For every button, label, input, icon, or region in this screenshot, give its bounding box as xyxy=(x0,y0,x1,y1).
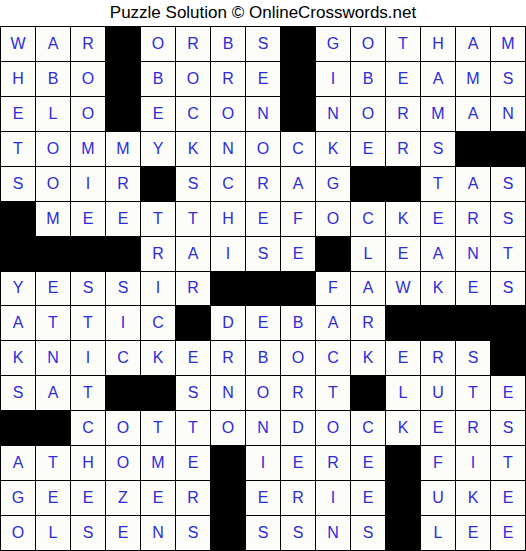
cell-r10c2[interactable]: N xyxy=(36,341,71,376)
cell-r14c15[interactable]: E xyxy=(491,481,526,516)
cell-r15c6[interactable]: S xyxy=(176,516,211,551)
cell-r5c2[interactable]: O xyxy=(36,167,71,202)
cell-r14c9[interactable]: R xyxy=(281,481,316,516)
cell-r13c11[interactable]: E xyxy=(351,446,386,481)
cell-r7c8[interactable]: S xyxy=(246,237,281,272)
cell-r11c2[interactable]: A xyxy=(36,376,71,411)
cell-r9c9[interactable]: B xyxy=(281,306,316,341)
cell-r5c7[interactable]: C xyxy=(211,167,246,202)
cell-r2c2[interactable]: B xyxy=(36,62,71,97)
cell-r14c6[interactable]: R xyxy=(176,481,211,516)
cell-r4c5[interactable]: Y xyxy=(141,132,176,167)
cell-r14c13[interactable]: U xyxy=(421,481,456,516)
cell-r14c1[interactable]: G xyxy=(1,481,36,516)
cell-r5c14[interactable]: A xyxy=(456,167,491,202)
cell-r4c4[interactable]: M xyxy=(106,132,141,167)
cell-r1c13[interactable]: H xyxy=(421,27,456,62)
cell-r1c1[interactable]: W xyxy=(1,27,36,62)
block-r6c1 xyxy=(1,202,36,237)
cell-r4c11[interactable]: E xyxy=(351,132,386,167)
cell-r12c5[interactable]: T xyxy=(141,411,176,446)
cell-r15c14[interactable]: E xyxy=(456,516,491,551)
cell-r14c8[interactable]: E xyxy=(246,481,281,516)
cell-r2c3[interactable]: O xyxy=(71,62,106,97)
block-r5c5 xyxy=(141,167,176,202)
cell-r11c9[interactable]: R xyxy=(281,376,316,411)
cell-r13c13[interactable]: F xyxy=(421,446,456,481)
cell-r6c11[interactable]: C xyxy=(351,202,386,237)
block-r11c11 xyxy=(351,376,386,411)
cell-r1c6[interactable]: R xyxy=(176,27,211,62)
cell-r11c3[interactable]: T xyxy=(71,376,106,411)
cell-r4c8[interactable]: O xyxy=(246,132,281,167)
block-r7c3 xyxy=(71,237,106,272)
cell-r9c10[interactable]: A xyxy=(316,306,351,341)
cell-r10c13[interactable]: R xyxy=(421,341,456,376)
cell-r8c12[interactable]: W xyxy=(386,272,421,307)
cell-r2c7[interactable]: R xyxy=(211,62,246,97)
cell-r11c14[interactable]: T xyxy=(456,376,491,411)
cell-r7c14[interactable]: N xyxy=(456,237,491,272)
cell-r5c8[interactable]: R xyxy=(246,167,281,202)
block-r1c4 xyxy=(106,27,141,62)
cell-r3c3[interactable]: O xyxy=(71,97,106,132)
cell-r9c8[interactable]: E xyxy=(246,306,281,341)
cell-r3c10[interactable]: N xyxy=(316,97,351,132)
cell-r12c9[interactable]: D xyxy=(281,411,316,446)
cell-r11c6[interactable]: S xyxy=(176,376,211,411)
cell-r3c5[interactable]: E xyxy=(141,97,176,132)
block-r4c15 xyxy=(491,132,526,167)
cell-r2c10[interactable]: I xyxy=(316,62,351,97)
cell-r1c14[interactable]: A xyxy=(456,27,491,62)
block-r11c5 xyxy=(141,376,176,411)
cell-r15c9[interactable]: S xyxy=(281,516,316,551)
cell-r15c4[interactable]: E xyxy=(106,516,141,551)
cell-r3c14[interactable]: A xyxy=(456,97,491,132)
cell-r2c1[interactable]: H xyxy=(1,62,36,97)
block-r8c8 xyxy=(246,272,281,307)
cell-r10c1[interactable]: K xyxy=(1,341,36,376)
cell-r1c8[interactable]: S xyxy=(246,27,281,62)
cell-r15c8[interactable]: S xyxy=(246,516,281,551)
cell-r15c1[interactable]: O xyxy=(1,516,36,551)
cell-r12c3[interactable]: C xyxy=(71,411,106,446)
cell-r13c4[interactable]: O xyxy=(106,446,141,481)
cell-r9c4[interactable]: I xyxy=(106,306,141,341)
block-r7c10 xyxy=(316,237,351,272)
cell-r11c8[interactable]: O xyxy=(246,376,281,411)
cell-r10c12[interactable]: E xyxy=(386,341,421,376)
cell-r9c3[interactable]: T xyxy=(71,306,106,341)
cell-r3c8[interactable]: N xyxy=(246,97,281,132)
cell-r6c10[interactable]: O xyxy=(316,202,351,237)
cell-r3c11[interactable]: O xyxy=(351,97,386,132)
cell-r13c15[interactable]: T xyxy=(491,446,526,481)
cell-r10c4[interactable]: C xyxy=(106,341,141,376)
cell-r2c5[interactable]: B xyxy=(141,62,176,97)
cell-r5c15[interactable]: S xyxy=(491,167,526,202)
cell-r2c15[interactable]: S xyxy=(491,62,526,97)
cell-r12c8[interactable]: N xyxy=(246,411,281,446)
block-r3c9 xyxy=(281,97,316,132)
cell-r1c12[interactable]: T xyxy=(386,27,421,62)
block-r14c12 xyxy=(386,481,421,516)
cell-r8c1[interactable]: Y xyxy=(1,272,36,307)
cell-r15c15[interactable]: E xyxy=(491,516,526,551)
cell-r9c11[interactable]: R xyxy=(351,306,386,341)
cell-r12c14[interactable]: R xyxy=(456,411,491,446)
cell-r15c5[interactable]: N xyxy=(141,516,176,551)
cell-r12c6[interactable]: T xyxy=(176,411,211,446)
cell-r10c10[interactable]: C xyxy=(316,341,351,376)
cell-r15c2[interactable]: L xyxy=(36,516,71,551)
block-r13c12 xyxy=(386,446,421,481)
cell-r7c11[interactable]: L xyxy=(351,237,386,272)
block-r1c9 xyxy=(281,27,316,62)
cell-r3c1[interactable]: E xyxy=(1,97,36,132)
cell-r3c7[interactable]: O xyxy=(211,97,246,132)
cell-r13c8[interactable]: I xyxy=(246,446,281,481)
cell-r5c10[interactable]: G xyxy=(316,167,351,202)
cell-r8c2[interactable]: E xyxy=(36,272,71,307)
block-r7c2 xyxy=(36,237,71,272)
block-r9c15 xyxy=(491,306,526,341)
cell-r7c13[interactable]: A xyxy=(421,237,456,272)
cell-r7c7[interactable]: I xyxy=(211,237,246,272)
cell-r14c5[interactable]: E xyxy=(141,481,176,516)
cell-r10c8[interactable]: B xyxy=(246,341,281,376)
cell-r2c6[interactable]: O xyxy=(176,62,211,97)
cell-r2c8[interactable]: E xyxy=(246,62,281,97)
cell-r3c13[interactable]: M xyxy=(421,97,456,132)
cell-r8c14[interactable]: E xyxy=(456,272,491,307)
cell-r6c12[interactable]: K xyxy=(386,202,421,237)
cell-r13c14[interactable]: I xyxy=(456,446,491,481)
block-r9c14 xyxy=(456,306,491,341)
cell-r8c4[interactable]: S xyxy=(106,272,141,307)
cell-r1c15[interactable]: M xyxy=(491,27,526,62)
block-r2c4 xyxy=(106,62,141,97)
cell-r6c4[interactable]: E xyxy=(106,202,141,237)
cell-r4c7[interactable]: N xyxy=(211,132,246,167)
cell-r7c5[interactable]: R xyxy=(141,237,176,272)
cell-r4c13[interactable]: S xyxy=(421,132,456,167)
cell-r8c11[interactable]: A xyxy=(351,272,386,307)
cell-r10c5[interactable]: K xyxy=(141,341,176,376)
cell-r3c12[interactable]: R xyxy=(386,97,421,132)
cell-r7c15[interactable]: T xyxy=(491,237,526,272)
cell-r13c2[interactable]: T xyxy=(36,446,71,481)
cell-r6c15[interactable]: S xyxy=(491,202,526,237)
cell-r8c10[interactable]: F xyxy=(316,272,351,307)
cell-r14c4[interactable]: Z xyxy=(106,481,141,516)
cell-r1c11[interactable]: O xyxy=(351,27,386,62)
cell-r9c1[interactable]: A xyxy=(1,306,36,341)
cell-r10c6[interactable]: E xyxy=(176,341,211,376)
cell-r15c11[interactable]: S xyxy=(351,516,386,551)
cell-r13c6[interactable]: E xyxy=(176,446,211,481)
cell-r1c3[interactable]: R xyxy=(71,27,106,62)
cell-r13c3[interactable]: H xyxy=(71,446,106,481)
cell-r10c11[interactable]: K xyxy=(351,341,386,376)
cell-r7c12[interactable]: E xyxy=(386,237,421,272)
block-r15c12 xyxy=(386,516,421,551)
cell-r1c10[interactable]: G xyxy=(316,27,351,62)
block-r11c4 xyxy=(106,376,141,411)
cell-r12c11[interactable]: C xyxy=(351,411,386,446)
block-r5c11 xyxy=(351,167,386,202)
cell-r10c9[interactable]: O xyxy=(281,341,316,376)
cell-r2c14[interactable]: M xyxy=(456,62,491,97)
cell-r1c2[interactable]: A xyxy=(36,27,71,62)
block-r10c15 xyxy=(491,341,526,376)
cell-r2c13[interactable]: A xyxy=(421,62,456,97)
cell-r10c7[interactable]: R xyxy=(211,341,246,376)
cell-r11c7[interactable]: N xyxy=(211,376,246,411)
block-r3c4 xyxy=(106,97,141,132)
cell-r5c4[interactable]: R xyxy=(106,167,141,202)
cell-r12c4[interactable]: O xyxy=(106,411,141,446)
block-r8c7 xyxy=(211,272,246,307)
block-r4c14 xyxy=(456,132,491,167)
cell-r5c3[interactable]: I xyxy=(71,167,106,202)
cell-r4c9[interactable]: C xyxy=(281,132,316,167)
crossword-grid: WARORBSGOTHAMHBOBOREIBEAMSELOECONNORMANT… xyxy=(0,26,526,551)
cell-r7c9[interactable]: E xyxy=(281,237,316,272)
cell-r1c7[interactable]: B xyxy=(211,27,246,62)
block-r9c12 xyxy=(386,306,421,341)
cell-r6c5[interactable]: T xyxy=(141,202,176,237)
cell-r14c14[interactable]: K xyxy=(456,481,491,516)
cell-r13c9[interactable]: E xyxy=(281,446,316,481)
cell-r6c7[interactable]: H xyxy=(211,202,246,237)
cell-r6c8[interactable]: E xyxy=(246,202,281,237)
block-r8c9 xyxy=(281,272,316,307)
block-r7c1 xyxy=(1,237,36,272)
cell-r13c1[interactable]: A xyxy=(1,446,36,481)
cell-r6c6[interactable]: T xyxy=(176,202,211,237)
cell-r6c14[interactable]: R xyxy=(456,202,491,237)
cell-r6c13[interactable]: E xyxy=(421,202,456,237)
cell-r5c6[interactable]: S xyxy=(176,167,211,202)
cell-r2c11[interactable]: B xyxy=(351,62,386,97)
block-r12c2 xyxy=(36,411,71,446)
cell-r15c13[interactable]: L xyxy=(421,516,456,551)
cell-r4c3[interactable]: M xyxy=(71,132,106,167)
cell-r12c12[interactable]: K xyxy=(386,411,421,446)
cell-r12c7[interactable]: O xyxy=(211,411,246,446)
block-r12c1 xyxy=(1,411,36,446)
cell-r8c3[interactable]: S xyxy=(71,272,106,307)
block-r14c7 xyxy=(211,481,246,516)
block-r13c7 xyxy=(211,446,246,481)
page-title: Puzzle Solution © OnlineCrosswords.net xyxy=(0,0,526,26)
block-r7c4 xyxy=(106,237,141,272)
cell-r11c1[interactable]: S xyxy=(1,376,36,411)
cell-r6c2[interactable]: M xyxy=(36,202,71,237)
cell-r12c13[interactable]: E xyxy=(421,411,456,446)
cell-r14c2[interactable]: E xyxy=(36,481,71,516)
cell-r15c3[interactable]: S xyxy=(71,516,106,551)
cell-r13c5[interactable]: M xyxy=(141,446,176,481)
block-r15c7 xyxy=(211,516,246,551)
cell-r5c13[interactable]: T xyxy=(421,167,456,202)
cell-r3c2[interactable]: L xyxy=(36,97,71,132)
cell-r6c3[interactable]: E xyxy=(71,202,106,237)
cell-r14c10[interactable]: I xyxy=(316,481,351,516)
cell-r5c9[interactable]: A xyxy=(281,167,316,202)
cell-r4c1[interactable]: T xyxy=(1,132,36,167)
cell-r12c10[interactable]: O xyxy=(316,411,351,446)
cell-r9c7[interactable]: D xyxy=(211,306,246,341)
cell-r8c13[interactable]: K xyxy=(421,272,456,307)
cell-r11c10[interactable]: T xyxy=(316,376,351,411)
cell-r9c2[interactable]: T xyxy=(36,306,71,341)
cell-r10c14[interactable]: S xyxy=(456,341,491,376)
cell-r5c1[interactable]: S xyxy=(1,167,36,202)
cell-r11c15[interactable]: E xyxy=(491,376,526,411)
cell-r6c9[interactable]: F xyxy=(281,202,316,237)
cell-r11c12[interactable]: L xyxy=(386,376,421,411)
cell-r15c10[interactable]: N xyxy=(316,516,351,551)
cell-r14c11[interactable]: E xyxy=(351,481,386,516)
cell-r2c12[interactable]: E xyxy=(386,62,421,97)
block-r9c13 xyxy=(421,306,456,341)
cell-r9c5[interactable]: C xyxy=(141,306,176,341)
cell-r8c15[interactable]: S xyxy=(491,272,526,307)
puzzle-solution-page: Puzzle Solution © OnlineCrosswords.net W… xyxy=(0,0,526,551)
cell-r10c3[interactable]: I xyxy=(71,341,106,376)
cell-r11c13[interactable]: U xyxy=(421,376,456,411)
cell-r3c6[interactable]: C xyxy=(176,97,211,132)
cell-r13c10[interactable]: R xyxy=(316,446,351,481)
cell-r4c10[interactable]: K xyxy=(316,132,351,167)
cell-r8c6[interactable]: R xyxy=(176,272,211,307)
cell-r1c5[interactable]: O xyxy=(141,27,176,62)
cell-r14c3[interactable]: E xyxy=(71,481,106,516)
cell-r4c12[interactable]: R xyxy=(386,132,421,167)
cell-r7c6[interactable]: A xyxy=(176,237,211,272)
cell-r8c5[interactable]: I xyxy=(141,272,176,307)
block-r2c9 xyxy=(281,62,316,97)
cell-r3c15[interactable]: N xyxy=(491,97,526,132)
block-r9c6 xyxy=(176,306,211,341)
cell-r4c2[interactable]: O xyxy=(36,132,71,167)
cell-r4c6[interactable]: K xyxy=(176,132,211,167)
block-r5c12 xyxy=(386,167,421,202)
cell-r12c15[interactable]: S xyxy=(491,411,526,446)
